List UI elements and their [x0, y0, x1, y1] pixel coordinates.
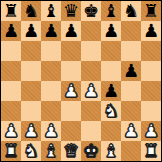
square-g2[interactable]: ♟ — [121, 121, 141, 141]
square-c5[interactable] — [41, 61, 61, 81]
square-a2[interactable]: ♟ — [1, 121, 21, 141]
square-c4[interactable] — [41, 81, 61, 101]
white-bishop-c1[interactable]: ♝ — [43, 141, 59, 161]
square-c7[interactable]: ♟ — [41, 21, 61, 41]
square-e5[interactable] — [81, 61, 101, 81]
chess-board: ♜♞♝♛♚♝♞♜♟♟♟♟♟♟♟♟♟♟♞♟♟♟♟♟♜♞♝♛♚♝♜ — [0, 0, 162, 162]
square-e7[interactable] — [81, 21, 101, 41]
square-b1[interactable]: ♞ — [21, 141, 41, 161]
square-d4[interactable]: ♟ — [61, 81, 81, 101]
square-g3[interactable] — [121, 101, 141, 121]
square-c6[interactable] — [41, 41, 61, 61]
square-b5[interactable] — [21, 61, 41, 81]
square-e3[interactable] — [81, 101, 101, 121]
black-queen-d8[interactable]: ♛ — [63, 1, 79, 21]
square-f1[interactable]: ♝ — [101, 141, 121, 161]
black-bishop-c8[interactable]: ♝ — [43, 1, 59, 21]
black-pawn-g5[interactable]: ♟ — [123, 61, 139, 81]
square-c1[interactable]: ♝ — [41, 141, 61, 161]
square-h8[interactable]: ♜ — [141, 1, 161, 21]
black-pawn-a7[interactable]: ♟ — [3, 21, 19, 41]
square-b2[interactable]: ♟ — [21, 121, 41, 141]
black-pawn-d7[interactable]: ♟ — [63, 21, 79, 41]
square-f7[interactable]: ♟ — [101, 21, 121, 41]
square-b4[interactable] — [21, 81, 41, 101]
square-g1[interactable] — [121, 141, 141, 161]
white-knight-f3[interactable]: ♞ — [103, 101, 119, 121]
square-b6[interactable] — [21, 41, 41, 61]
square-d7[interactable]: ♟ — [61, 21, 81, 41]
black-bishop-f8[interactable]: ♝ — [103, 1, 119, 21]
square-g8[interactable]: ♞ — [121, 1, 141, 21]
square-a8[interactable]: ♜ — [1, 1, 21, 21]
black-rook-a8[interactable]: ♜ — [3, 1, 19, 21]
square-h7[interactable]: ♟ — [141, 21, 161, 41]
square-d6[interactable] — [61, 41, 81, 61]
white-pawn-d4[interactable]: ♟ — [63, 81, 79, 101]
square-e1[interactable]: ♚ — [81, 141, 101, 161]
white-king-e1[interactable]: ♚ — [83, 141, 99, 161]
white-pawn-h2[interactable]: ♟ — [143, 121, 159, 141]
square-d3[interactable] — [61, 101, 81, 121]
white-rook-h1[interactable]: ♜ — [143, 141, 159, 161]
square-c2[interactable]: ♟ — [41, 121, 61, 141]
square-h2[interactable]: ♟ — [141, 121, 161, 141]
square-f4[interactable]: ♟ — [101, 81, 121, 101]
square-b8[interactable]: ♞ — [21, 1, 41, 21]
square-g6[interactable] — [121, 41, 141, 61]
square-c3[interactable] — [41, 101, 61, 121]
square-e6[interactable] — [81, 41, 101, 61]
square-e8[interactable]: ♚ — [81, 1, 101, 21]
square-b7[interactable]: ♟ — [21, 21, 41, 41]
black-pawn-b7[interactable]: ♟ — [23, 21, 39, 41]
white-rook-a1[interactable]: ♜ — [3, 141, 19, 161]
square-a5[interactable] — [1, 61, 21, 81]
black-rook-h8[interactable]: ♜ — [143, 1, 159, 21]
white-bishop-f1[interactable]: ♝ — [103, 141, 119, 161]
square-e2[interactable] — [81, 121, 101, 141]
white-queen-d1[interactable]: ♛ — [63, 141, 79, 161]
square-a1[interactable]: ♜ — [1, 141, 21, 161]
square-a4[interactable] — [1, 81, 21, 101]
white-pawn-e4[interactable]: ♟ — [83, 81, 99, 101]
square-g7[interactable] — [121, 21, 141, 41]
black-king-e8[interactable]: ♚ — [83, 1, 99, 21]
white-pawn-g2[interactable]: ♟ — [123, 121, 139, 141]
white-pawn-a2[interactable]: ♟ — [3, 121, 19, 141]
black-knight-b8[interactable]: ♞ — [23, 1, 39, 21]
white-pawn-b2[interactable]: ♟ — [23, 121, 39, 141]
square-h4[interactable] — [141, 81, 161, 101]
square-h6[interactable] — [141, 41, 161, 61]
square-h1[interactable]: ♜ — [141, 141, 161, 161]
square-a6[interactable] — [1, 41, 21, 61]
black-pawn-h7[interactable]: ♟ — [143, 21, 159, 41]
square-h3[interactable] — [141, 101, 161, 121]
square-d8[interactable]: ♛ — [61, 1, 81, 21]
square-c8[interactable]: ♝ — [41, 1, 61, 21]
square-h5[interactable] — [141, 61, 161, 81]
square-f3[interactable]: ♞ — [101, 101, 121, 121]
square-b3[interactable] — [21, 101, 41, 121]
square-e4[interactable]: ♟ — [81, 81, 101, 101]
white-knight-b1[interactable]: ♞ — [23, 141, 39, 161]
black-pawn-f7[interactable]: ♟ — [103, 21, 119, 41]
black-pawn-c7[interactable]: ♟ — [43, 21, 59, 41]
square-g4[interactable] — [121, 81, 141, 101]
square-g5[interactable]: ♟ — [121, 61, 141, 81]
square-f5[interactable] — [101, 61, 121, 81]
square-f8[interactable]: ♝ — [101, 1, 121, 21]
square-d1[interactable]: ♛ — [61, 141, 81, 161]
black-pawn-f4[interactable]: ♟ — [103, 81, 119, 101]
square-f6[interactable] — [101, 41, 121, 61]
square-d5[interactable] — [61, 61, 81, 81]
white-pawn-c2[interactable]: ♟ — [43, 121, 59, 141]
square-a3[interactable] — [1, 101, 21, 121]
square-f2[interactable] — [101, 121, 121, 141]
square-d2[interactable] — [61, 121, 81, 141]
square-a7[interactable]: ♟ — [1, 21, 21, 41]
black-knight-g8[interactable]: ♞ — [123, 1, 139, 21]
